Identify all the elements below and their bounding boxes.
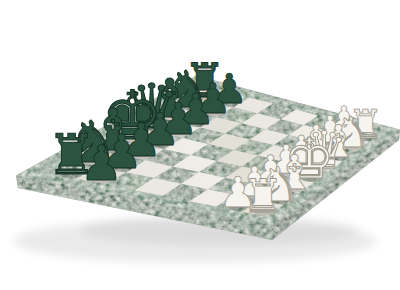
piece-green-pawn-h7: ♟ (80, 135, 123, 191)
marble-chess-board: ♜♟♞♟♝♟♛♟♟♜♚♟♟♞♝♟♟♝♞♟♛♟♟♜♚♟♟♝♟♞♟♜ (0, 0, 400, 290)
chess-set-product-photo: ♜♟♞♟♝♟♛♟♟♜♚♟♟♞♝♟♟♝♞♟♛♟♟♜♚♟♟♝♟♞♟♜ (0, 0, 400, 290)
piece-white-rook-h1: ♜ (242, 169, 283, 223)
